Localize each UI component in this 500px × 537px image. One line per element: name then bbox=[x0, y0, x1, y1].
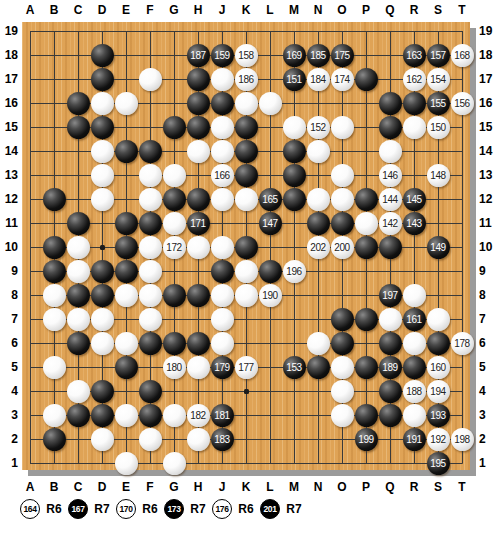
intersection-G5[interactable]: 180 bbox=[162, 355, 186, 379]
intersection-C16[interactable] bbox=[66, 91, 90, 115]
intersection-J19[interactable] bbox=[210, 19, 234, 43]
intersection-H10[interactable] bbox=[186, 235, 210, 259]
intersection-J11[interactable] bbox=[210, 211, 234, 235]
intersection-K4[interactable] bbox=[234, 379, 258, 403]
intersection-O17[interactable]: 174 bbox=[330, 67, 354, 91]
intersection-H3[interactable]: 182 bbox=[186, 403, 210, 427]
intersection-B15[interactable] bbox=[42, 115, 66, 139]
intersection-F6[interactable] bbox=[138, 331, 162, 355]
intersection-C11[interactable] bbox=[66, 211, 90, 235]
intersection-G18[interactable] bbox=[162, 43, 186, 67]
intersection-P12[interactable] bbox=[354, 187, 378, 211]
intersection-Q14[interactable] bbox=[378, 139, 402, 163]
intersection-Q16[interactable] bbox=[378, 91, 402, 115]
intersection-A2[interactable] bbox=[18, 427, 42, 451]
intersection-D4[interactable] bbox=[90, 379, 114, 403]
intersection-J17[interactable] bbox=[210, 67, 234, 91]
intersection-R14[interactable] bbox=[402, 139, 426, 163]
intersection-L19[interactable] bbox=[258, 19, 282, 43]
intersection-L17[interactable] bbox=[258, 67, 282, 91]
intersection-E14[interactable] bbox=[114, 139, 138, 163]
intersection-H4[interactable] bbox=[186, 379, 210, 403]
intersection-M9[interactable]: 196 bbox=[282, 259, 306, 283]
intersection-F7[interactable] bbox=[138, 307, 162, 331]
intersection-D11[interactable] bbox=[90, 211, 114, 235]
intersection-M4[interactable] bbox=[282, 379, 306, 403]
intersection-T16[interactable]: 156 bbox=[450, 91, 474, 115]
intersection-R13[interactable] bbox=[402, 163, 426, 187]
intersection-N1[interactable] bbox=[306, 451, 330, 475]
intersection-P10[interactable] bbox=[354, 235, 378, 259]
intersection-E11[interactable] bbox=[114, 211, 138, 235]
intersection-Q10[interactable] bbox=[378, 235, 402, 259]
intersection-M10[interactable] bbox=[282, 235, 306, 259]
intersection-S15[interactable]: 150 bbox=[426, 115, 450, 139]
intersection-S1[interactable]: 195 bbox=[426, 451, 450, 475]
intersection-A6[interactable] bbox=[18, 331, 42, 355]
intersection-L12[interactable]: 165 bbox=[258, 187, 282, 211]
intersection-K16[interactable] bbox=[234, 91, 258, 115]
intersection-K6[interactable] bbox=[234, 331, 258, 355]
intersection-S8[interactable] bbox=[426, 283, 450, 307]
intersection-J14[interactable] bbox=[210, 139, 234, 163]
intersection-P2[interactable]: 199 bbox=[354, 427, 378, 451]
intersection-M11[interactable] bbox=[282, 211, 306, 235]
intersection-J1[interactable] bbox=[210, 451, 234, 475]
intersection-L18[interactable] bbox=[258, 43, 282, 67]
intersection-G2[interactable] bbox=[162, 427, 186, 451]
intersection-J13[interactable]: 166 bbox=[210, 163, 234, 187]
intersection-Q12[interactable]: 144 bbox=[378, 187, 402, 211]
intersection-Q3[interactable] bbox=[378, 403, 402, 427]
go-board[interactable]: 1871591581691851751631571681861511841741… bbox=[18, 19, 474, 475]
intersection-L16[interactable] bbox=[258, 91, 282, 115]
intersection-P7[interactable] bbox=[354, 307, 378, 331]
intersection-K18[interactable]: 158 bbox=[234, 43, 258, 67]
intersection-B7[interactable] bbox=[42, 307, 66, 331]
intersection-J10[interactable] bbox=[210, 235, 234, 259]
intersection-D13[interactable] bbox=[90, 163, 114, 187]
intersection-L5[interactable] bbox=[258, 355, 282, 379]
intersection-O12[interactable] bbox=[330, 187, 354, 211]
intersection-D5[interactable] bbox=[90, 355, 114, 379]
intersection-G8[interactable] bbox=[162, 283, 186, 307]
intersection-P14[interactable] bbox=[354, 139, 378, 163]
intersection-S17[interactable]: 154 bbox=[426, 67, 450, 91]
intersection-K19[interactable] bbox=[234, 19, 258, 43]
intersection-G3[interactable] bbox=[162, 403, 186, 427]
intersection-G16[interactable] bbox=[162, 91, 186, 115]
intersection-O1[interactable] bbox=[330, 451, 354, 475]
intersection-R7[interactable]: 161 bbox=[402, 307, 426, 331]
intersection-L4[interactable] bbox=[258, 379, 282, 403]
intersection-S5[interactable]: 160 bbox=[426, 355, 450, 379]
intersection-C4[interactable] bbox=[66, 379, 90, 403]
intersection-L10[interactable] bbox=[258, 235, 282, 259]
intersection-C5[interactable] bbox=[66, 355, 90, 379]
intersection-F3[interactable] bbox=[138, 403, 162, 427]
intersection-M19[interactable] bbox=[282, 19, 306, 43]
intersection-N9[interactable] bbox=[306, 259, 330, 283]
intersection-J6[interactable] bbox=[210, 331, 234, 355]
intersection-M7[interactable] bbox=[282, 307, 306, 331]
intersection-R3[interactable] bbox=[402, 403, 426, 427]
intersection-L7[interactable] bbox=[258, 307, 282, 331]
intersection-F15[interactable] bbox=[138, 115, 162, 139]
intersection-F16[interactable] bbox=[138, 91, 162, 115]
intersection-N13[interactable] bbox=[306, 163, 330, 187]
intersection-T5[interactable] bbox=[450, 355, 474, 379]
intersection-J15[interactable] bbox=[210, 115, 234, 139]
intersection-P16[interactable] bbox=[354, 91, 378, 115]
intersection-D15[interactable] bbox=[90, 115, 114, 139]
intersection-H14[interactable] bbox=[186, 139, 210, 163]
intersection-C14[interactable] bbox=[66, 139, 90, 163]
intersection-D1[interactable] bbox=[90, 451, 114, 475]
intersection-H15[interactable] bbox=[186, 115, 210, 139]
intersection-D8[interactable] bbox=[90, 283, 114, 307]
intersection-T19[interactable] bbox=[450, 19, 474, 43]
intersection-K1[interactable] bbox=[234, 451, 258, 475]
intersection-J16[interactable] bbox=[210, 91, 234, 115]
intersection-M15[interactable] bbox=[282, 115, 306, 139]
intersection-P8[interactable] bbox=[354, 283, 378, 307]
intersection-F19[interactable] bbox=[138, 19, 162, 43]
intersection-O9[interactable] bbox=[330, 259, 354, 283]
intersection-S10[interactable]: 149 bbox=[426, 235, 450, 259]
intersection-S12[interactable] bbox=[426, 187, 450, 211]
intersection-O14[interactable] bbox=[330, 139, 354, 163]
intersection-B1[interactable] bbox=[42, 451, 66, 475]
intersection-N16[interactable] bbox=[306, 91, 330, 115]
intersection-R11[interactable]: 143 bbox=[402, 211, 426, 235]
intersection-E4[interactable] bbox=[114, 379, 138, 403]
intersection-M1[interactable] bbox=[282, 451, 306, 475]
intersection-Q8[interactable]: 197 bbox=[378, 283, 402, 307]
intersection-E12[interactable] bbox=[114, 187, 138, 211]
intersection-H2[interactable] bbox=[186, 427, 210, 451]
intersection-P1[interactable] bbox=[354, 451, 378, 475]
intersection-H5[interactable] bbox=[186, 355, 210, 379]
intersection-B11[interactable] bbox=[42, 211, 66, 235]
intersection-P15[interactable] bbox=[354, 115, 378, 139]
intersection-B18[interactable] bbox=[42, 43, 66, 67]
intersection-H6[interactable] bbox=[186, 331, 210, 355]
intersection-E8[interactable] bbox=[114, 283, 138, 307]
intersection-O18[interactable]: 175 bbox=[330, 43, 354, 67]
intersection-F9[interactable] bbox=[138, 259, 162, 283]
intersection-O16[interactable] bbox=[330, 91, 354, 115]
intersection-L15[interactable] bbox=[258, 115, 282, 139]
intersection-M8[interactable] bbox=[282, 283, 306, 307]
intersection-M2[interactable] bbox=[282, 427, 306, 451]
intersection-C13[interactable] bbox=[66, 163, 90, 187]
intersection-D14[interactable] bbox=[90, 139, 114, 163]
intersection-H19[interactable] bbox=[186, 19, 210, 43]
intersection-K8[interactable] bbox=[234, 283, 258, 307]
intersection-L8[interactable]: 190 bbox=[258, 283, 282, 307]
intersection-J3[interactable]: 181 bbox=[210, 403, 234, 427]
intersection-R4[interactable]: 188 bbox=[402, 379, 426, 403]
intersection-D9[interactable] bbox=[90, 259, 114, 283]
intersection-K5[interactable]: 177 bbox=[234, 355, 258, 379]
intersection-E16[interactable] bbox=[114, 91, 138, 115]
intersection-D3[interactable] bbox=[90, 403, 114, 427]
intersection-M16[interactable] bbox=[282, 91, 306, 115]
intersection-L6[interactable] bbox=[258, 331, 282, 355]
intersection-A8[interactable] bbox=[18, 283, 42, 307]
intersection-A18[interactable] bbox=[18, 43, 42, 67]
intersection-K11[interactable] bbox=[234, 211, 258, 235]
intersection-M12[interactable] bbox=[282, 187, 306, 211]
intersection-B3[interactable] bbox=[42, 403, 66, 427]
intersection-T6[interactable]: 178 bbox=[450, 331, 474, 355]
intersection-R17[interactable]: 162 bbox=[402, 67, 426, 91]
intersection-L13[interactable] bbox=[258, 163, 282, 187]
intersection-R16[interactable] bbox=[402, 91, 426, 115]
intersection-E18[interactable] bbox=[114, 43, 138, 67]
intersection-B6[interactable] bbox=[42, 331, 66, 355]
intersection-R9[interactable] bbox=[402, 259, 426, 283]
intersection-R19[interactable] bbox=[402, 19, 426, 43]
intersection-A14[interactable] bbox=[18, 139, 42, 163]
intersection-A7[interactable] bbox=[18, 307, 42, 331]
intersection-K7[interactable] bbox=[234, 307, 258, 331]
intersection-B2[interactable] bbox=[42, 427, 66, 451]
intersection-A15[interactable] bbox=[18, 115, 42, 139]
intersection-B12[interactable] bbox=[42, 187, 66, 211]
intersection-Q1[interactable] bbox=[378, 451, 402, 475]
intersection-N18[interactable]: 185 bbox=[306, 43, 330, 67]
intersection-O7[interactable] bbox=[330, 307, 354, 331]
intersection-T4[interactable] bbox=[450, 379, 474, 403]
intersection-S13[interactable]: 148 bbox=[426, 163, 450, 187]
intersection-O5[interactable] bbox=[330, 355, 354, 379]
intersection-F4[interactable] bbox=[138, 379, 162, 403]
intersection-S6[interactable] bbox=[426, 331, 450, 355]
intersection-C8[interactable] bbox=[66, 283, 90, 307]
intersection-T9[interactable] bbox=[450, 259, 474, 283]
intersection-R15[interactable] bbox=[402, 115, 426, 139]
intersection-B14[interactable] bbox=[42, 139, 66, 163]
intersection-N11[interactable] bbox=[306, 211, 330, 235]
intersection-T12[interactable] bbox=[450, 187, 474, 211]
intersection-A5[interactable] bbox=[18, 355, 42, 379]
intersection-T13[interactable] bbox=[450, 163, 474, 187]
intersection-G4[interactable] bbox=[162, 379, 186, 403]
intersection-D18[interactable] bbox=[90, 43, 114, 67]
intersection-C15[interactable] bbox=[66, 115, 90, 139]
intersection-F18[interactable] bbox=[138, 43, 162, 67]
intersection-B4[interactable] bbox=[42, 379, 66, 403]
intersection-A17[interactable] bbox=[18, 67, 42, 91]
intersection-H9[interactable] bbox=[186, 259, 210, 283]
intersection-K9[interactable] bbox=[234, 259, 258, 283]
intersection-A10[interactable] bbox=[18, 235, 42, 259]
intersection-T3[interactable] bbox=[450, 403, 474, 427]
intersection-C9[interactable] bbox=[66, 259, 90, 283]
intersection-C6[interactable] bbox=[66, 331, 90, 355]
intersection-B9[interactable] bbox=[42, 259, 66, 283]
intersection-D17[interactable] bbox=[90, 67, 114, 91]
intersection-D12[interactable] bbox=[90, 187, 114, 211]
intersection-E13[interactable] bbox=[114, 163, 138, 187]
intersection-G10[interactable]: 172 bbox=[162, 235, 186, 259]
intersection-Q18[interactable] bbox=[378, 43, 402, 67]
intersection-K14[interactable] bbox=[234, 139, 258, 163]
intersection-N7[interactable] bbox=[306, 307, 330, 331]
intersection-D10[interactable] bbox=[90, 235, 114, 259]
intersection-M17[interactable]: 151 bbox=[282, 67, 306, 91]
intersection-R2[interactable]: 191 bbox=[402, 427, 426, 451]
intersection-F10[interactable] bbox=[138, 235, 162, 259]
intersection-P19[interactable] bbox=[354, 19, 378, 43]
intersection-N8[interactable] bbox=[306, 283, 330, 307]
intersection-S4[interactable]: 194 bbox=[426, 379, 450, 403]
intersection-D2[interactable] bbox=[90, 427, 114, 451]
intersection-A1[interactable] bbox=[18, 451, 42, 475]
intersection-E9[interactable] bbox=[114, 259, 138, 283]
intersection-C12[interactable] bbox=[66, 187, 90, 211]
intersection-C3[interactable] bbox=[66, 403, 90, 427]
intersection-C2[interactable] bbox=[66, 427, 90, 451]
intersection-F17[interactable] bbox=[138, 67, 162, 91]
intersection-A11[interactable] bbox=[18, 211, 42, 235]
intersection-F13[interactable] bbox=[138, 163, 162, 187]
intersection-R1[interactable] bbox=[402, 451, 426, 475]
intersection-E6[interactable] bbox=[114, 331, 138, 355]
intersection-E5[interactable] bbox=[114, 355, 138, 379]
intersection-F12[interactable] bbox=[138, 187, 162, 211]
intersection-N15[interactable]: 152 bbox=[306, 115, 330, 139]
intersection-O13[interactable] bbox=[330, 163, 354, 187]
intersection-G12[interactable] bbox=[162, 187, 186, 211]
intersection-E17[interactable] bbox=[114, 67, 138, 91]
intersection-T7[interactable] bbox=[450, 307, 474, 331]
intersection-M5[interactable]: 153 bbox=[282, 355, 306, 379]
intersection-S2[interactable]: 192 bbox=[426, 427, 450, 451]
intersection-N14[interactable] bbox=[306, 139, 330, 163]
intersection-N12[interactable] bbox=[306, 187, 330, 211]
intersection-B17[interactable] bbox=[42, 67, 66, 91]
intersection-O10[interactable]: 200 bbox=[330, 235, 354, 259]
intersection-A19[interactable] bbox=[18, 19, 42, 43]
intersection-O2[interactable] bbox=[330, 427, 354, 451]
intersection-D6[interactable] bbox=[90, 331, 114, 355]
intersection-Q7[interactable] bbox=[378, 307, 402, 331]
intersection-P3[interactable] bbox=[354, 403, 378, 427]
intersection-S11[interactable] bbox=[426, 211, 450, 235]
intersection-A12[interactable] bbox=[18, 187, 42, 211]
intersection-Q13[interactable]: 146 bbox=[378, 163, 402, 187]
intersection-H17[interactable] bbox=[186, 67, 210, 91]
intersection-N10[interactable]: 202 bbox=[306, 235, 330, 259]
intersection-K2[interactable] bbox=[234, 427, 258, 451]
intersection-P17[interactable] bbox=[354, 67, 378, 91]
intersection-P5[interactable] bbox=[354, 355, 378, 379]
intersection-S16[interactable]: 155 bbox=[426, 91, 450, 115]
intersection-B8[interactable] bbox=[42, 283, 66, 307]
intersection-E10[interactable] bbox=[114, 235, 138, 259]
intersection-Q11[interactable]: 142 bbox=[378, 211, 402, 235]
intersection-T11[interactable] bbox=[450, 211, 474, 235]
intersection-G6[interactable] bbox=[162, 331, 186, 355]
intersection-F5[interactable] bbox=[138, 355, 162, 379]
intersection-K12[interactable] bbox=[234, 187, 258, 211]
intersection-K3[interactable] bbox=[234, 403, 258, 427]
intersection-A4[interactable] bbox=[18, 379, 42, 403]
intersection-E3[interactable] bbox=[114, 403, 138, 427]
intersection-J18[interactable]: 159 bbox=[210, 43, 234, 67]
intersection-H18[interactable]: 187 bbox=[186, 43, 210, 67]
intersection-O8[interactable] bbox=[330, 283, 354, 307]
intersection-L2[interactable] bbox=[258, 427, 282, 451]
intersection-D19[interactable] bbox=[90, 19, 114, 43]
intersection-T17[interactable] bbox=[450, 67, 474, 91]
intersection-C17[interactable] bbox=[66, 67, 90, 91]
intersection-N4[interactable] bbox=[306, 379, 330, 403]
intersection-K10[interactable] bbox=[234, 235, 258, 259]
intersection-P9[interactable] bbox=[354, 259, 378, 283]
intersection-G17[interactable] bbox=[162, 67, 186, 91]
intersection-C18[interactable] bbox=[66, 43, 90, 67]
intersection-R5[interactable] bbox=[402, 355, 426, 379]
intersection-G14[interactable] bbox=[162, 139, 186, 163]
intersection-M14[interactable] bbox=[282, 139, 306, 163]
intersection-Q19[interactable] bbox=[378, 19, 402, 43]
intersection-R12[interactable]: 145 bbox=[402, 187, 426, 211]
intersection-O4[interactable] bbox=[330, 379, 354, 403]
intersection-J9[interactable] bbox=[210, 259, 234, 283]
intersection-K15[interactable] bbox=[234, 115, 258, 139]
intersection-T14[interactable] bbox=[450, 139, 474, 163]
intersection-R10[interactable] bbox=[402, 235, 426, 259]
intersection-Q15[interactable] bbox=[378, 115, 402, 139]
intersection-O11[interactable] bbox=[330, 211, 354, 235]
intersection-C10[interactable] bbox=[66, 235, 90, 259]
intersection-E2[interactable] bbox=[114, 427, 138, 451]
intersection-O15[interactable] bbox=[330, 115, 354, 139]
intersection-B16[interactable] bbox=[42, 91, 66, 115]
intersection-D16[interactable] bbox=[90, 91, 114, 115]
intersection-N6[interactable] bbox=[306, 331, 330, 355]
intersection-T15[interactable] bbox=[450, 115, 474, 139]
intersection-S3[interactable]: 193 bbox=[426, 403, 450, 427]
intersection-F14[interactable] bbox=[138, 139, 162, 163]
intersection-H7[interactable] bbox=[186, 307, 210, 331]
intersection-J8[interactable] bbox=[210, 283, 234, 307]
intersection-H1[interactable] bbox=[186, 451, 210, 475]
intersection-F8[interactable] bbox=[138, 283, 162, 307]
intersection-R6[interactable] bbox=[402, 331, 426, 355]
intersection-L1[interactable] bbox=[258, 451, 282, 475]
intersection-A16[interactable] bbox=[18, 91, 42, 115]
intersection-A9[interactable] bbox=[18, 259, 42, 283]
intersection-B5[interactable] bbox=[42, 355, 66, 379]
intersection-F1[interactable] bbox=[138, 451, 162, 475]
intersection-T2[interactable]: 198 bbox=[450, 427, 474, 451]
intersection-F2[interactable] bbox=[138, 427, 162, 451]
intersection-S18[interactable]: 157 bbox=[426, 43, 450, 67]
intersection-K13[interactable] bbox=[234, 163, 258, 187]
intersection-H8[interactable] bbox=[186, 283, 210, 307]
intersection-H11[interactable]: 171 bbox=[186, 211, 210, 235]
intersection-N5[interactable] bbox=[306, 355, 330, 379]
intersection-F11[interactable] bbox=[138, 211, 162, 235]
intersection-G13[interactable] bbox=[162, 163, 186, 187]
intersection-B10[interactable] bbox=[42, 235, 66, 259]
intersection-P13[interactable] bbox=[354, 163, 378, 187]
